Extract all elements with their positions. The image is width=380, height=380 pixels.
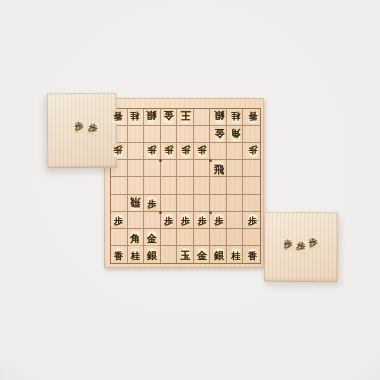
piece-kanji: 歩 xyxy=(283,239,293,249)
square-4-8[interactable] xyxy=(194,229,211,246)
piece-kanji: 歩 xyxy=(248,217,257,226)
piece-kanji: 歩 xyxy=(248,146,257,155)
square-2-8[interactable] xyxy=(227,229,244,246)
captured-pawn[interactable]: 歩 xyxy=(306,234,321,250)
piece-kanji: 角 xyxy=(130,234,140,244)
square-6-9[interactable] xyxy=(161,246,178,263)
captured-pawn[interactable]: 歩 xyxy=(86,120,101,136)
square-2-4[interactable] xyxy=(227,160,244,177)
piece-kanji: 歩 xyxy=(74,121,85,132)
square-4-1[interactable] xyxy=(194,109,211,126)
shogi-board xyxy=(104,98,264,268)
piece-kanji: 桂 xyxy=(131,111,140,120)
square-4-5[interactable] xyxy=(194,177,211,194)
piece-kanji: 飛 xyxy=(130,197,140,207)
square-2-6[interactable] xyxy=(227,195,244,212)
piece-kanji: 歩 xyxy=(147,200,156,209)
square-7-7[interactable] xyxy=(144,212,161,229)
piece-kanji: 金 xyxy=(214,128,224,138)
square-7-5[interactable] xyxy=(144,177,161,194)
gote-piece-box: 歩歩 xyxy=(47,93,118,169)
square-1-6[interactable] xyxy=(243,195,260,212)
piece-kanji: 香 xyxy=(248,111,257,120)
captured-pawn[interactable]: 歩 xyxy=(281,236,295,251)
piece-kanji: 香 xyxy=(114,252,123,261)
piece-kanji: 角 xyxy=(231,128,241,138)
sente-piece-box: 歩歩歩 xyxy=(264,212,339,283)
piece-kanji: 歩 xyxy=(114,146,123,155)
piece-kanji: 歩 xyxy=(198,146,207,155)
piece-kanji: 桂 xyxy=(231,111,240,120)
square-2-7[interactable] xyxy=(227,212,244,229)
piece-kanji: 玉 xyxy=(181,251,191,261)
square-3-6[interactable] xyxy=(210,195,227,212)
square-1-5[interactable] xyxy=(243,177,260,194)
piece-kanji: 銀 xyxy=(147,251,157,261)
piece-kanji: 歩 xyxy=(198,217,207,226)
piece-kanji: 桂 xyxy=(231,252,240,261)
piece-kanji: 歩 xyxy=(164,217,173,226)
piece-kanji: 金 xyxy=(164,111,174,121)
square-1-2[interactable] xyxy=(243,126,260,143)
square-6-2[interactable] xyxy=(161,126,178,143)
square-5-2[interactable] xyxy=(177,126,194,143)
square-3-8[interactable] xyxy=(210,229,227,246)
piece-kanji: 王 xyxy=(181,111,191,121)
square-8-2[interactable] xyxy=(128,126,145,143)
square-9-8[interactable] xyxy=(111,229,128,246)
piece-kanji: 香 xyxy=(248,252,257,261)
piece-kanji: 金 xyxy=(197,251,207,261)
piece-kanji: 歩 xyxy=(114,217,123,226)
square-5-8[interactable] xyxy=(177,229,194,246)
piece-kanji: 銀 xyxy=(147,111,157,121)
square-6-8[interactable] xyxy=(161,229,178,246)
square-7-2[interactable] xyxy=(144,126,161,143)
square-3-5[interactable] xyxy=(210,177,227,194)
square-4-4[interactable] xyxy=(194,160,211,177)
piece-kanji: 歩 xyxy=(164,146,173,155)
piece-kanji: 歩 xyxy=(87,122,98,133)
square-9-5[interactable] xyxy=(111,177,128,194)
square-8-4[interactable] xyxy=(128,160,145,177)
captured-pawn[interactable]: 歩 xyxy=(294,238,309,253)
piece-kanji: 銀 xyxy=(214,111,224,121)
square-5-5[interactable] xyxy=(177,177,194,194)
piece-kanji: 歩 xyxy=(181,146,190,155)
piece-kanji: 銀 xyxy=(214,251,224,261)
square-2-3[interactable] xyxy=(227,143,244,160)
square-8-5[interactable] xyxy=(128,177,145,194)
square-3-3[interactable] xyxy=(210,143,227,160)
square-6-4[interactable] xyxy=(161,160,178,177)
square-2-5[interactable] xyxy=(227,177,244,194)
square-6-5[interactable] xyxy=(161,177,178,194)
square-7-4[interactable] xyxy=(144,160,161,177)
square-1-4[interactable] xyxy=(243,160,260,177)
square-9-6[interactable] xyxy=(111,195,128,212)
piece-kanji: 歩 xyxy=(308,237,319,248)
piece-kanji: 歩 xyxy=(296,241,307,252)
captured-pawn[interactable]: 歩 xyxy=(72,118,87,133)
square-8-7[interactable] xyxy=(128,212,145,229)
piece-kanji: 歩 xyxy=(147,146,156,155)
shogi-set-photo: 歩歩 歩歩歩 香桂銀金王銀桂香金角歩歩歩歩歩歩飛飛歩歩歩歩歩歩歩角金香桂銀玉金銀… xyxy=(0,0,380,380)
square-6-6[interactable] xyxy=(161,195,178,212)
piece-kanji: 香 xyxy=(114,111,123,120)
square-8-3[interactable] xyxy=(128,143,145,160)
piece-kanji: 桂 xyxy=(131,252,140,261)
square-4-6[interactable] xyxy=(194,195,211,212)
square-1-8[interactable] xyxy=(243,229,260,246)
piece-kanji: 歩 xyxy=(215,217,224,226)
square-5-4[interactable] xyxy=(177,160,194,177)
piece-kanji: 歩 xyxy=(181,217,190,226)
square-5-6[interactable] xyxy=(177,195,194,212)
square-4-2[interactable] xyxy=(194,126,211,143)
piece-kanji: 金 xyxy=(147,234,157,244)
piece-kanji: 飛 xyxy=(214,165,224,175)
